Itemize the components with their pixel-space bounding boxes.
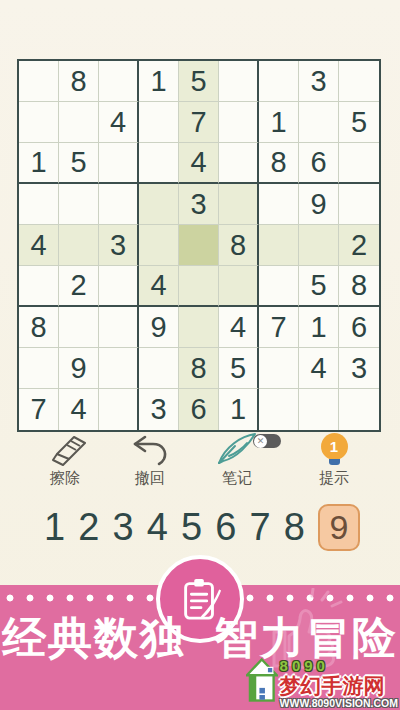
cell-r7c1[interactable]: 8 xyxy=(19,307,59,348)
cell-r1c1[interactable] xyxy=(19,61,59,102)
notes-label: 笔记 xyxy=(222,469,252,488)
undo-label: 撤回 xyxy=(135,469,165,488)
cell-r6c3[interactable] xyxy=(99,266,139,307)
cell-r7c2[interactable] xyxy=(59,307,99,348)
hint-button[interactable]: 1 提示 xyxy=(299,432,369,488)
numpad-9[interactable]: 9 xyxy=(318,504,360,551)
cell-r4c8[interactable]: 9 xyxy=(299,184,339,225)
cell-r4c4[interactable] xyxy=(139,184,179,225)
notes-toggle[interactable]: ✕ xyxy=(253,434,281,448)
cell-r4c9[interactable] xyxy=(339,184,379,225)
cell-r3c9[interactable] xyxy=(339,143,379,184)
cell-r1c9[interactable] xyxy=(339,61,379,102)
cell-r5c7[interactable] xyxy=(259,225,299,266)
cell-r1c2[interactable]: 8 xyxy=(59,61,99,102)
cell-r1c7[interactable] xyxy=(259,61,299,102)
numpad-8[interactable]: 8 xyxy=(284,508,305,546)
cell-r7c5[interactable] xyxy=(179,307,219,348)
slogan-left: 经典数独 xyxy=(2,609,186,668)
cell-r3c1[interactable]: 1 xyxy=(19,143,59,184)
cell-r9c2[interactable]: 4 xyxy=(59,389,99,430)
cell-r3c4[interactable] xyxy=(139,143,179,184)
cell-r8c9[interactable]: 3 xyxy=(339,348,379,389)
cell-r8c5[interactable]: 8 xyxy=(179,348,219,389)
cell-r2c8[interactable] xyxy=(299,102,339,143)
cell-r4c6[interactable] xyxy=(219,184,259,225)
cell-r5c4[interactable] xyxy=(139,225,179,266)
cell-r3c2[interactable]: 5 xyxy=(59,143,99,184)
notes-button[interactable]: ✕ 笔记 xyxy=(202,432,272,488)
cell-r1c8[interactable]: 3 xyxy=(299,61,339,102)
cell-r8c4[interactable] xyxy=(139,348,179,389)
cell-r5c6[interactable]: 8 xyxy=(219,225,259,266)
cell-r7c9[interactable]: 6 xyxy=(339,307,379,348)
numpad-4[interactable]: 4 xyxy=(147,508,168,546)
cell-r9c9[interactable] xyxy=(339,389,379,430)
cell-r9c6[interactable]: 1 xyxy=(219,389,259,430)
cell-r7c3[interactable] xyxy=(99,307,139,348)
cell-r4c3[interactable] xyxy=(99,184,139,225)
cell-r1c3[interactable] xyxy=(99,61,139,102)
cell-r2c3[interactable]: 4 xyxy=(99,102,139,143)
numpad-5[interactable]: 5 xyxy=(181,508,202,546)
cell-r2c7[interactable]: 1 xyxy=(259,102,299,143)
cell-r6c6[interactable] xyxy=(219,266,259,307)
erase-button[interactable]: 擦除 xyxy=(30,432,100,488)
cell-r6c9[interactable]: 8 xyxy=(339,266,379,307)
hint-bulb-icon: 1 xyxy=(321,432,348,466)
cell-r9c3[interactable] xyxy=(99,389,139,430)
cell-r2c5[interactable]: 7 xyxy=(179,102,219,143)
cell-r7c7[interactable]: 7 xyxy=(259,307,299,348)
cell-r7c8[interactable]: 1 xyxy=(299,307,339,348)
cell-r6c8[interactable]: 5 xyxy=(299,266,339,307)
promo-banner: 经典数独 智力冒险 8090 梦幻手游网 WWW.8090VISION.COM xyxy=(0,585,400,710)
cell-r2c4[interactable] xyxy=(139,102,179,143)
cell-r3c8[interactable]: 6 xyxy=(299,143,339,184)
bulb-base xyxy=(329,459,340,465)
cell-r5c3[interactable]: 3 xyxy=(99,225,139,266)
hint-label: 提示 xyxy=(319,469,349,488)
cell-r5c1[interactable]: 4 xyxy=(19,225,59,266)
cell-r8c3[interactable] xyxy=(99,348,139,389)
cell-r2c9[interactable]: 5 xyxy=(339,102,379,143)
numpad-7[interactable]: 7 xyxy=(250,508,271,546)
cell-r8c2[interactable]: 9 xyxy=(59,348,99,389)
cell-r5c9[interactable]: 2 xyxy=(339,225,379,266)
cell-r2c2[interactable] xyxy=(59,102,99,143)
cell-r3c3[interactable] xyxy=(99,143,139,184)
quill-icon: ✕ xyxy=(215,432,259,466)
eraser-icon xyxy=(44,432,86,466)
cell-r7c6[interactable]: 4 xyxy=(219,307,259,348)
cell-r6c5[interactable] xyxy=(179,266,219,307)
cell-r5c8[interactable] xyxy=(299,225,339,266)
cell-r3c7[interactable]: 8 xyxy=(259,143,299,184)
cell-r4c1[interactable] xyxy=(19,184,59,225)
cell-r4c5[interactable]: 3 xyxy=(179,184,219,225)
cell-r6c2[interactable]: 2 xyxy=(59,266,99,307)
cell-r1c5[interactable]: 5 xyxy=(179,61,219,102)
cell-r6c1[interactable] xyxy=(19,266,59,307)
hint-badge: 1 xyxy=(321,433,348,460)
cell-r5c2[interactable] xyxy=(59,225,99,266)
cell-r9c1[interactable]: 7 xyxy=(19,389,59,430)
watermark-brand: 8090 xyxy=(280,658,329,673)
toolbar: 擦除 撤回 ✕ 笔记 1 提示 xyxy=(0,432,400,494)
watermark: 8090 梦幻手游网 WWW.8090VISION.COM xyxy=(246,652,398,708)
watermark-site-name: 梦幻手游网 xyxy=(280,675,385,696)
cell-r2c6[interactable] xyxy=(219,102,259,143)
cell-r3c6[interactable] xyxy=(219,143,259,184)
cell-r8c6[interactable]: 5 xyxy=(219,348,259,389)
cell-r2c1[interactable] xyxy=(19,102,59,143)
cell-r7c4[interactable]: 9 xyxy=(139,307,179,348)
undo-button[interactable]: 撤回 xyxy=(115,432,185,488)
cell-r1c4[interactable]: 1 xyxy=(139,61,179,102)
cell-r1c6[interactable] xyxy=(219,61,259,102)
notes-toggle-off-icon: ✕ xyxy=(254,435,267,448)
cell-r9c5[interactable]: 6 xyxy=(179,389,219,430)
watermark-url: WWW.8090VISION.COM xyxy=(280,698,398,709)
cell-r8c1[interactable] xyxy=(19,348,59,389)
erase-label: 擦除 xyxy=(50,469,80,488)
cell-r6c7[interactable] xyxy=(259,266,299,307)
cell-r9c8[interactable] xyxy=(299,389,339,430)
cell-r9c4[interactable]: 3 xyxy=(139,389,179,430)
numpad: 123456789 xyxy=(44,498,360,556)
numpad-1[interactable]: 1 xyxy=(44,508,65,546)
house-logo-icon xyxy=(246,652,278,708)
sudoku-grid: 815347151548639438224588947169854374361 xyxy=(17,59,381,432)
cell-r4c2[interactable] xyxy=(59,184,99,225)
cell-r5c5[interactable] xyxy=(179,225,219,266)
numpad-3[interactable]: 3 xyxy=(113,508,134,546)
undo-arrow-icon xyxy=(131,432,169,466)
numpad-2[interactable]: 2 xyxy=(78,508,99,546)
numpad-6[interactable]: 6 xyxy=(215,508,236,546)
cell-r3c5[interactable]: 4 xyxy=(179,143,219,184)
cell-r8c8[interactable]: 4 xyxy=(299,348,339,389)
cell-r8c7[interactable] xyxy=(259,348,299,389)
cell-r4c7[interactable] xyxy=(259,184,299,225)
cell-r9c7[interactable] xyxy=(259,389,299,430)
cell-r6c4[interactable]: 4 xyxy=(139,266,179,307)
